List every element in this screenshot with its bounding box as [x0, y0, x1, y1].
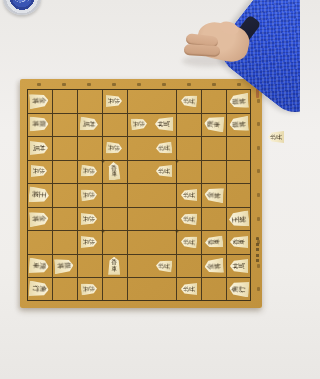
file-coordinate-mark: [237, 83, 241, 86]
file-coordinate-mark: [37, 83, 41, 86]
file-coordinate-mark: [87, 83, 91, 86]
rank-coordinate-mark: [257, 99, 260, 103]
rank-coordinate-mark: [257, 146, 260, 150]
star-point: [176, 159, 179, 162]
rank-coordinate-mark: [257, 240, 260, 244]
file-coordinate-mark: [62, 83, 66, 86]
rank-coordinate-mark: [257, 287, 260, 291]
file-coordinate-mark: [212, 83, 216, 86]
star-point: [101, 230, 104, 233]
shogi-piece-pawn-right[interactable]: 歩兵: [268, 131, 284, 143]
rank-coordinate-mark: [257, 193, 260, 197]
rank-coordinate-mark: [257, 264, 260, 268]
file-coordinate-mark: [137, 83, 141, 86]
star-point: [176, 230, 179, 233]
file-coordinate-mark: [112, 83, 116, 86]
star-point: [101, 159, 104, 162]
blue-jar-lid: [3, 0, 41, 15]
file-coordinate-mark: [162, 83, 166, 86]
rank-coordinate-mark: [257, 122, 260, 126]
file-coordinate-mark: [187, 83, 191, 86]
rank-coordinate-mark: [257, 169, 260, 173]
hand-finger: [184, 44, 221, 57]
rank-coordinate-mark: [257, 217, 260, 221]
